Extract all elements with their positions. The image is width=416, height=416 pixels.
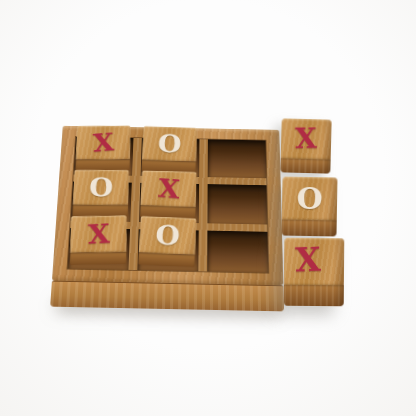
block-r0c0-x[interactable]: X (75, 126, 130, 171)
game-board: X O (50, 126, 284, 312)
scene: X O (0, 0, 416, 416)
block-front-face (280, 158, 330, 173)
block-letter: X (92, 130, 114, 156)
block-top-face: O (139, 216, 197, 255)
block-top-face: X (70, 215, 127, 252)
block-letter: O (296, 183, 323, 213)
board-front-edge (50, 281, 284, 312)
block-r0c1-o[interactable]: O (141, 126, 197, 173)
block-top-face: X (140, 170, 196, 207)
block-front-face (138, 252, 195, 267)
spare-block-1-x[interactable]: X (280, 118, 331, 173)
block-front-face (284, 285, 344, 307)
block-letter: X (157, 175, 181, 202)
cell-r1c2-empty[interactable] (207, 184, 267, 224)
block-r1c1-x[interactable]: X (140, 170, 197, 219)
block-front-face (281, 220, 336, 237)
block-letter: O (155, 222, 181, 250)
block-letter: O (157, 131, 182, 156)
cell-r2c0[interactable]: X (68, 228, 130, 270)
cell-r2c1[interactable]: O (137, 229, 198, 271)
board-grid: X O (68, 137, 269, 273)
spare-block-3-x[interactable]: X (284, 238, 345, 307)
block-top-face: O (282, 177, 338, 221)
block-r2c0-x[interactable]: X (70, 215, 127, 264)
block-letter: X (295, 243, 321, 277)
block-letter: X (295, 125, 317, 153)
block-top-face: O (142, 126, 197, 162)
board-frame: X O (52, 126, 283, 286)
block-front-face (70, 252, 127, 265)
block-top-face: X (281, 118, 332, 159)
block-top-face: X (284, 238, 344, 286)
block-letter: X (87, 220, 109, 248)
block-top-face: X (76, 126, 131, 160)
spare-block-2-o[interactable]: O (281, 177, 337, 237)
block-top-face: O (73, 170, 129, 205)
cell-r0c2-empty[interactable] (208, 139, 267, 178)
cell-r2c2-empty[interactable] (207, 231, 268, 273)
block-r1c0-o[interactable]: O (72, 170, 129, 217)
block-letter: O (89, 175, 114, 201)
block-r2c1-o[interactable]: O (138, 216, 197, 267)
